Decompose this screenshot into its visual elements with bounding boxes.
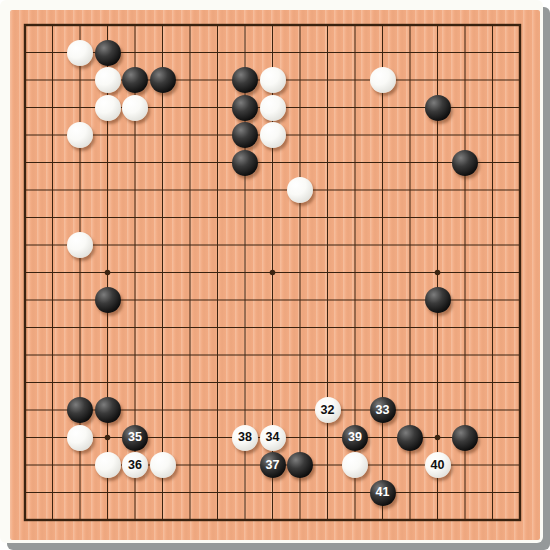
white-stone[interactable] [122, 95, 148, 121]
white-stone[interactable] [342, 452, 368, 478]
white-stone[interactable] [67, 122, 93, 148]
black-stone[interactable] [232, 95, 258, 121]
black-stone[interactable] [397, 425, 423, 451]
stones-layer: 32333538343936374041 [11, 11, 534, 534]
white-stone[interactable] [67, 425, 93, 451]
black-stone[interactable] [232, 122, 258, 148]
move-number: 35 [128, 431, 142, 444]
black-stone[interactable] [287, 452, 313, 478]
black-stone[interactable] [425, 95, 451, 121]
screenshot-root: 32333538343936374041 [0, 0, 550, 550]
white-stone[interactable] [260, 67, 286, 93]
black-stone[interactable]: 41 [370, 480, 396, 506]
black-stone[interactable]: 39 [342, 425, 368, 451]
black-stone[interactable] [150, 67, 176, 93]
white-stone[interactable]: 40 [425, 452, 451, 478]
move-number: 41 [376, 486, 390, 499]
white-stone[interactable] [67, 40, 93, 66]
white-stone[interactable]: 36 [122, 452, 148, 478]
move-number: 34 [266, 431, 280, 444]
white-stone[interactable] [287, 177, 313, 203]
white-stone[interactable] [260, 122, 286, 148]
move-number: 39 [348, 431, 362, 444]
white-stone[interactable] [95, 67, 121, 93]
white-stone[interactable] [95, 95, 121, 121]
white-stone[interactable] [150, 452, 176, 478]
black-stone[interactable] [452, 150, 478, 176]
black-stone[interactable] [95, 397, 121, 423]
move-number: 32 [321, 404, 335, 417]
black-stone[interactable] [122, 67, 148, 93]
black-stone[interactable] [452, 425, 478, 451]
white-stone[interactable] [370, 67, 396, 93]
black-stone[interactable]: 37 [260, 452, 286, 478]
go-board[interactable]: 32333538343936374041 [10, 10, 540, 540]
move-number: 36 [128, 459, 142, 472]
black-stone[interactable] [232, 150, 258, 176]
white-stone[interactable]: 38 [232, 425, 258, 451]
move-number: 38 [238, 431, 252, 444]
white-stone[interactable] [67, 232, 93, 258]
black-stone[interactable] [67, 397, 93, 423]
white-stone[interactable]: 32 [315, 397, 341, 423]
black-stone[interactable] [95, 40, 121, 66]
white-stone[interactable] [95, 452, 121, 478]
white-stone[interactable] [260, 95, 286, 121]
move-number: 40 [431, 459, 445, 472]
black-stone[interactable]: 35 [122, 425, 148, 451]
move-number: 33 [376, 404, 390, 417]
black-stone[interactable]: 33 [370, 397, 396, 423]
black-stone[interactable] [232, 67, 258, 93]
board-card: 32333538343936374041 [0, 0, 543, 543]
white-stone[interactable]: 34 [260, 425, 286, 451]
black-stone[interactable] [425, 287, 451, 313]
move-number: 37 [266, 459, 280, 472]
black-stone[interactable] [95, 287, 121, 313]
